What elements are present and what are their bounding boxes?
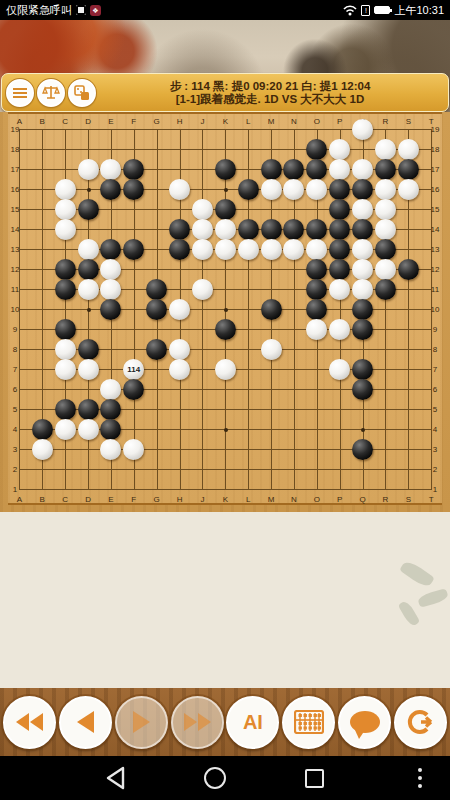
black-stone xyxy=(146,299,167,320)
white-stone xyxy=(261,179,282,200)
black-stone xyxy=(375,279,396,300)
speech-bubble-icon xyxy=(350,711,380,733)
column-label: G xyxy=(150,117,164,126)
column-label: R xyxy=(378,117,392,126)
phone-screen: 仅限紧急呼叫 ❖ ! 上午10:31 xyxy=(0,0,450,800)
column-label: J xyxy=(195,117,209,126)
black-stone xyxy=(352,179,373,200)
grid-line xyxy=(19,469,432,470)
black-stone xyxy=(306,299,327,320)
ai-label: AI xyxy=(243,711,263,734)
black-stone xyxy=(169,219,190,240)
white-stone xyxy=(100,439,121,460)
white-stone xyxy=(100,159,121,180)
black-stone xyxy=(55,259,76,280)
home-circle-icon[interactable] xyxy=(204,767,226,789)
white-stone xyxy=(55,339,76,360)
row-label: 4 xyxy=(429,425,441,434)
black-stone xyxy=(352,319,373,340)
black-stone xyxy=(32,419,53,440)
white-stone xyxy=(329,279,350,300)
white-stone xyxy=(261,339,282,360)
black-stone xyxy=(123,179,144,200)
black-stone xyxy=(100,239,121,260)
scales-icon xyxy=(42,85,60,101)
chat-button[interactable] xyxy=(338,696,391,749)
black-stone xyxy=(306,279,327,300)
column-label: E xyxy=(104,495,118,504)
column-label: A xyxy=(12,495,26,504)
white-stone xyxy=(192,279,213,300)
column-label: Q xyxy=(356,495,370,504)
column-label: F xyxy=(127,117,141,126)
row-label: 13 xyxy=(9,245,21,254)
black-stone xyxy=(283,159,304,180)
column-label: E xyxy=(104,117,118,126)
row-label: 7 xyxy=(429,365,441,374)
row-label: 14 xyxy=(429,225,441,234)
white-stone xyxy=(329,139,350,160)
column-label: H xyxy=(173,495,187,504)
black-stone xyxy=(352,219,373,240)
row-label: 5 xyxy=(9,405,21,414)
black-stone xyxy=(146,339,167,360)
menu-dots-icon[interactable] xyxy=(418,768,422,788)
vibrate-icon xyxy=(76,5,86,15)
column-label: N xyxy=(287,495,301,504)
column-label: T xyxy=(424,495,438,504)
wifi-icon xyxy=(343,5,357,16)
rewind-button[interactable] xyxy=(3,696,56,749)
row-label: 15 xyxy=(9,205,21,214)
row-label: 12 xyxy=(429,265,441,274)
leaf-decoration-icon xyxy=(417,588,449,607)
row-label: 17 xyxy=(429,165,441,174)
carrier-text: 仅限紧急呼叫 xyxy=(6,3,72,18)
black-stone xyxy=(329,259,350,280)
app-notification-icon: ❖ xyxy=(90,5,101,16)
white-stone xyxy=(283,239,304,260)
white-stone: 114 xyxy=(123,359,144,380)
white-stone xyxy=(329,159,350,180)
white-stone xyxy=(398,179,419,200)
row-label: 13 xyxy=(429,245,441,254)
ai-button[interactable]: AI xyxy=(226,696,279,749)
white-stone xyxy=(238,239,259,260)
row-label: 19 xyxy=(9,125,21,134)
column-label: D xyxy=(81,495,95,504)
row-label: 2 xyxy=(9,465,21,474)
star-point xyxy=(224,188,228,192)
column-label: P xyxy=(333,495,347,504)
double-left-arrow-icon xyxy=(16,713,43,731)
status-bar: 仅限紧急呼叫 ❖ ! 上午10:31 xyxy=(0,0,450,20)
dual-board-icon xyxy=(74,85,90,101)
white-stone xyxy=(261,239,282,260)
column-label: J xyxy=(195,495,209,504)
black-stone xyxy=(329,219,350,240)
last-move-number: 114 xyxy=(123,359,144,380)
grid-line xyxy=(19,489,432,490)
black-stone xyxy=(261,299,282,320)
black-stone xyxy=(306,139,327,160)
back-button[interactable] xyxy=(59,696,112,749)
black-stone xyxy=(306,219,327,240)
white-stone xyxy=(375,219,396,240)
white-stone xyxy=(375,179,396,200)
circular-arrow-icon xyxy=(405,709,435,735)
column-label: M xyxy=(264,117,278,126)
column-label: B xyxy=(35,117,49,126)
forward-button[interactable] xyxy=(115,696,168,749)
black-stone xyxy=(329,179,350,200)
black-stone xyxy=(100,399,121,420)
row-label: 4 xyxy=(9,425,21,434)
row-label: 19 xyxy=(429,125,441,134)
white-stone xyxy=(352,279,373,300)
white-stone xyxy=(329,319,350,340)
fast-forward-button[interactable] xyxy=(171,696,224,749)
column-label: B xyxy=(35,495,49,504)
black-stone xyxy=(123,239,144,260)
column-label: K xyxy=(218,495,232,504)
black-stone xyxy=(169,239,190,260)
black-stone xyxy=(238,219,259,240)
row-label: 16 xyxy=(9,185,21,194)
white-stone xyxy=(100,259,121,280)
black-stone xyxy=(100,419,121,440)
white-stone xyxy=(306,179,327,200)
white-stone xyxy=(306,319,327,340)
white-stone xyxy=(78,159,99,180)
white-stone xyxy=(100,379,121,400)
black-stone xyxy=(146,279,167,300)
black-stone xyxy=(78,199,99,220)
row-label: 8 xyxy=(9,345,21,354)
white-stone xyxy=(352,119,373,140)
white-stone xyxy=(123,439,144,460)
row-label: 11 xyxy=(429,285,441,294)
star-point xyxy=(224,428,228,432)
white-stone xyxy=(78,279,99,300)
row-label: 8 xyxy=(429,345,441,354)
black-stone xyxy=(123,379,144,400)
black-stone xyxy=(352,359,373,380)
star-point xyxy=(87,308,91,312)
black-stone xyxy=(55,319,76,340)
battery-icon xyxy=(374,6,390,14)
black-stone xyxy=(55,399,76,420)
white-stone xyxy=(306,239,327,260)
white-stone xyxy=(398,139,419,160)
game-toolbar: AI xyxy=(0,688,450,756)
black-stone xyxy=(215,319,236,340)
white-stone xyxy=(375,139,396,160)
column-label: C xyxy=(58,495,72,504)
black-stone xyxy=(306,159,327,180)
white-stone xyxy=(192,219,213,240)
row-label: 7 xyxy=(9,365,21,374)
column-label: L xyxy=(241,117,255,126)
white-stone xyxy=(215,239,236,260)
white-stone xyxy=(352,239,373,260)
board-compare-button[interactable] xyxy=(68,79,96,107)
black-stone xyxy=(329,239,350,260)
column-label: H xyxy=(173,117,187,126)
column-label: S xyxy=(401,117,415,126)
white-stone xyxy=(169,299,190,320)
row-label: 9 xyxy=(9,325,21,334)
black-stone xyxy=(238,179,259,200)
sim-alert-icon: ! xyxy=(361,5,370,16)
row-label: 9 xyxy=(429,325,441,334)
white-stone xyxy=(352,159,373,180)
row-label: 1 xyxy=(9,485,21,494)
column-label: M xyxy=(264,495,278,504)
status-time: 上午10:31 xyxy=(394,3,444,18)
white-stone xyxy=(215,219,236,240)
abacus-icon xyxy=(294,710,324,734)
column-label: C xyxy=(58,117,72,126)
black-stone xyxy=(261,159,282,180)
white-stone xyxy=(169,339,190,360)
row-label: 1 xyxy=(429,485,441,494)
black-stone xyxy=(352,379,373,400)
white-stone xyxy=(78,359,99,380)
score-estimate-button[interactable] xyxy=(37,79,65,107)
black-stone xyxy=(55,279,76,300)
row-label: 10 xyxy=(429,305,441,314)
row-label: 17 xyxy=(9,165,21,174)
row-label: 5 xyxy=(429,405,441,414)
white-stone xyxy=(192,239,213,260)
row-label: 3 xyxy=(9,445,21,454)
black-stone xyxy=(261,219,282,240)
black-stone xyxy=(78,259,99,280)
black-stone xyxy=(329,199,350,220)
hamburger-icon xyxy=(13,88,27,98)
white-stone xyxy=(283,179,304,200)
players-text: [1-1]跟着感觉走. 1D VS 大不大大 1D xyxy=(96,93,444,106)
star-point xyxy=(87,188,91,192)
white-stone xyxy=(375,199,396,220)
white-stone xyxy=(55,419,76,440)
leaf-decoration-icon xyxy=(398,599,421,627)
column-label: G xyxy=(150,495,164,504)
black-stone xyxy=(100,299,121,320)
row-label: 10 xyxy=(9,305,21,314)
left-arrow-icon xyxy=(77,711,94,733)
black-stone xyxy=(398,159,419,180)
black-stone xyxy=(352,439,373,460)
white-stone xyxy=(329,359,350,380)
row-label: 18 xyxy=(429,145,441,154)
column-label: O xyxy=(310,495,324,504)
double-right-arrow-icon xyxy=(184,713,211,731)
black-stone xyxy=(398,259,419,280)
row-label: 18 xyxy=(9,145,21,154)
right-arrow-icon xyxy=(133,711,150,733)
pass-button[interactable] xyxy=(394,696,447,749)
black-stone xyxy=(375,159,396,180)
white-stone xyxy=(375,259,396,280)
row-label: 15 xyxy=(429,205,441,214)
white-stone xyxy=(78,239,99,260)
row-label: 12 xyxy=(9,265,21,274)
white-stone xyxy=(215,359,236,380)
row-label: 11 xyxy=(9,285,21,294)
star-point xyxy=(361,428,365,432)
white-stone xyxy=(55,179,76,200)
black-stone xyxy=(306,259,327,280)
black-stone xyxy=(78,399,99,420)
info-bar: 步 : 114 黑: 提0 09:20 21 白: 提1 12:04 [1-1]… xyxy=(1,73,449,112)
menu-button[interactable] xyxy=(6,79,34,107)
white-stone xyxy=(55,199,76,220)
column-label: O xyxy=(310,117,324,126)
row-label: 6 xyxy=(9,385,21,394)
row-label: 16 xyxy=(429,185,441,194)
star-point xyxy=(224,308,228,312)
black-stone xyxy=(123,159,144,180)
back-triangle-icon[interactable] xyxy=(105,766,127,790)
white-stone xyxy=(32,439,53,460)
white-stone xyxy=(352,199,373,220)
recents-square-icon[interactable] xyxy=(305,769,324,788)
white-stone xyxy=(100,279,121,300)
white-stone xyxy=(55,219,76,240)
column-label: D xyxy=(81,117,95,126)
row-label: 3 xyxy=(429,445,441,454)
leaf-decoration-icon xyxy=(399,559,435,590)
black-stone xyxy=(283,219,304,240)
row-label: 6 xyxy=(429,385,441,394)
column-label: N xyxy=(287,117,301,126)
black-stone xyxy=(100,179,121,200)
go-board[interactable]: AABBCCDDEEFFGGHHJJKKLLMMNNOOPPQQRRSSTT19… xyxy=(8,112,442,505)
column-label: R xyxy=(378,495,392,504)
black-stone xyxy=(352,299,373,320)
black-stone xyxy=(78,339,99,360)
black-stone xyxy=(215,159,236,180)
move-status-text: 步 : 114 黑: 提0 09:20 21 白: 提1 12:04 xyxy=(96,80,444,93)
white-stone xyxy=(169,179,190,200)
lower-panel xyxy=(0,512,450,688)
column-label: S xyxy=(401,495,415,504)
black-stone xyxy=(375,239,396,260)
white-stone xyxy=(169,359,190,380)
column-label: L xyxy=(241,495,255,504)
grid-line xyxy=(19,149,432,150)
black-stone xyxy=(215,199,236,220)
count-button[interactable] xyxy=(282,696,335,749)
white-stone xyxy=(55,359,76,380)
column-label: K xyxy=(218,117,232,126)
column-label: P xyxy=(333,117,347,126)
column-label: F xyxy=(127,495,141,504)
row-label: 14 xyxy=(9,225,21,234)
white-stone xyxy=(192,199,213,220)
android-nav-bar xyxy=(0,756,450,800)
white-stone xyxy=(78,419,99,440)
white-stone xyxy=(352,259,373,280)
row-label: 2 xyxy=(429,465,441,474)
